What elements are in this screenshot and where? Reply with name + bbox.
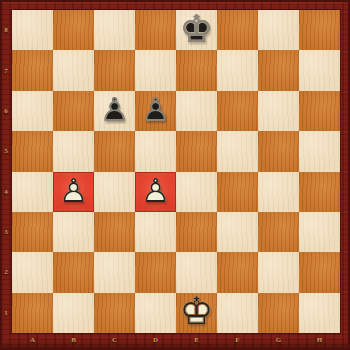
rank-label-2: 2 (0, 252, 12, 292)
square-c4[interactable] (94, 172, 135, 212)
square-e2[interactable] (176, 252, 217, 292)
square-a7[interactable] (12, 50, 53, 90)
square-h6[interactable] (299, 91, 340, 131)
file-labels: ABCDEFGH (12, 332, 340, 347)
square-b2[interactable] (53, 252, 94, 292)
white-king[interactable]: ♚♔ (176, 293, 217, 333)
file-label-e: E (176, 332, 217, 347)
square-g7[interactable] (258, 50, 299, 90)
square-f1[interactable] (217, 293, 258, 333)
square-b8[interactable] (53, 10, 94, 50)
square-a6[interactable] (12, 91, 53, 131)
black-pawn[interactable]: ♟♙ (94, 91, 135, 131)
square-g1[interactable] (258, 293, 299, 333)
square-c1[interactable] (94, 293, 135, 333)
piece-outline-glyph: ♙ (94, 91, 135, 131)
square-f3[interactable] (217, 212, 258, 252)
square-f7[interactable] (217, 50, 258, 90)
square-e8[interactable]: ♚♔ (176, 10, 217, 50)
square-b6[interactable] (53, 91, 94, 131)
square-c2[interactable] (94, 252, 135, 292)
square-e1[interactable]: ♚♔ (176, 293, 217, 333)
square-g6[interactable] (258, 91, 299, 131)
file-label-b: B (53, 332, 94, 347)
square-e7[interactable] (176, 50, 217, 90)
square-h8[interactable] (299, 10, 340, 50)
square-c3[interactable] (94, 212, 135, 252)
square-a1[interactable] (12, 293, 53, 333)
square-e5[interactable] (176, 131, 217, 171)
square-c5[interactable] (94, 131, 135, 171)
square-g4[interactable] (258, 172, 299, 212)
rank-label-3: 3 (0, 212, 12, 252)
rank-label-5: 5 (0, 131, 12, 171)
white-pawn[interactable]: ♟♙ (53, 172, 94, 212)
square-a2[interactable] (12, 252, 53, 292)
square-d6[interactable]: ♟♙ (135, 91, 176, 131)
square-g5[interactable] (258, 131, 299, 171)
square-b1[interactable] (53, 293, 94, 333)
square-h2[interactable] (299, 252, 340, 292)
square-a4[interactable] (12, 172, 53, 212)
square-c8[interactable] (94, 10, 135, 50)
square-a5[interactable] (12, 131, 53, 171)
rank-label-8: 8 (0, 10, 12, 50)
rank-label-4: 4 (0, 172, 12, 212)
square-d7[interactable] (135, 50, 176, 90)
square-g3[interactable] (258, 212, 299, 252)
square-c7[interactable] (94, 50, 135, 90)
piece-outline-glyph: ♔ (176, 10, 217, 50)
square-f5[interactable] (217, 131, 258, 171)
file-label-d: D (135, 332, 176, 347)
square-d2[interactable] (135, 252, 176, 292)
square-f2[interactable] (217, 252, 258, 292)
square-b7[interactable] (53, 50, 94, 90)
black-king[interactable]: ♚♔ (176, 10, 217, 50)
square-c6[interactable]: ♟♙ (94, 91, 135, 131)
square-b4[interactable]: ♟♙ (53, 172, 94, 212)
square-d5[interactable] (135, 131, 176, 171)
square-h3[interactable] (299, 212, 340, 252)
square-d4[interactable]: ♟♙ (135, 172, 176, 212)
square-f4[interactable] (217, 172, 258, 212)
file-label-f: F (217, 332, 258, 347)
piece-outline-glyph: ♙ (135, 91, 176, 131)
file-label-c: C (94, 332, 135, 347)
file-label-g: G (258, 332, 299, 347)
square-h5[interactable] (299, 131, 340, 171)
rank-label-1: 1 (0, 293, 12, 333)
board-grid: ♚♔♟♙♟♙♟♙♟♙♚♔ (12, 10, 340, 333)
rank-labels: 87654321 (0, 10, 12, 333)
piece-outline-glyph: ♔ (176, 293, 217, 333)
square-f8[interactable] (217, 10, 258, 50)
square-e4[interactable] (176, 172, 217, 212)
square-d3[interactable] (135, 212, 176, 252)
piece-outline-glyph: ♙ (53, 172, 94, 212)
white-pawn[interactable]: ♟♙ (135, 172, 176, 212)
square-e3[interactable] (176, 212, 217, 252)
square-f6[interactable] (217, 91, 258, 131)
black-pawn[interactable]: ♟♙ (135, 91, 176, 131)
square-g2[interactable] (258, 252, 299, 292)
square-g8[interactable] (258, 10, 299, 50)
square-a3[interactable] (12, 212, 53, 252)
square-h1[interactable] (299, 293, 340, 333)
rank-label-6: 6 (0, 91, 12, 131)
file-label-a: A (12, 332, 53, 347)
chessboard: 87654321 ABCDEFGH ♚♔♟♙♟♙♟♙♟♙♚♔ (0, 0, 350, 350)
square-b5[interactable] (53, 131, 94, 171)
square-d8[interactable] (135, 10, 176, 50)
file-label-h: H (299, 332, 340, 347)
square-h7[interactable] (299, 50, 340, 90)
square-b3[interactable] (53, 212, 94, 252)
rank-label-7: 7 (0, 50, 12, 90)
square-d1[interactable] (135, 293, 176, 333)
square-a8[interactable] (12, 10, 53, 50)
piece-outline-glyph: ♙ (135, 172, 176, 212)
square-e6[interactable] (176, 91, 217, 131)
square-h4[interactable] (299, 172, 340, 212)
